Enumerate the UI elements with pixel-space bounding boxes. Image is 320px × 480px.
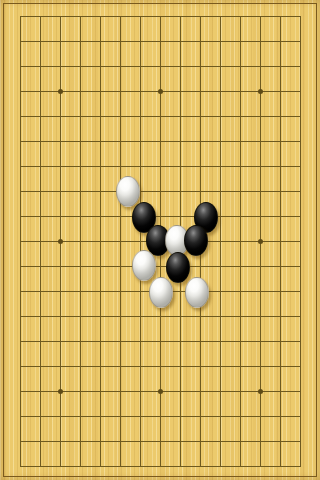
grid-line-horizontal — [20, 216, 301, 217]
grid-line-horizontal — [20, 366, 301, 367]
go-board[interactable] — [0, 0, 320, 480]
star-point — [158, 389, 163, 394]
white-stone[interactable] — [116, 176, 140, 207]
grid-line-horizontal — [20, 441, 301, 442]
grid-line-horizontal — [20, 266, 301, 267]
grid-line-horizontal — [20, 316, 301, 317]
star-point — [258, 239, 263, 244]
star-point — [58, 239, 63, 244]
grid-line-horizontal — [20, 466, 301, 467]
grid-line-horizontal — [20, 141, 301, 142]
star-point — [258, 389, 263, 394]
black-stone[interactable] — [184, 225, 208, 256]
star-point — [58, 389, 63, 394]
grid-line-horizontal — [20, 41, 301, 42]
white-stone[interactable] — [149, 277, 173, 308]
black-stone[interactable] — [166, 252, 190, 283]
white-stone[interactable] — [185, 277, 209, 308]
grid-line-horizontal — [20, 341, 301, 342]
grid-line-horizontal — [20, 116, 301, 117]
grid-line-horizontal — [20, 66, 301, 67]
grid-line-horizontal — [20, 16, 301, 17]
grid-line-horizontal — [20, 166, 301, 167]
white-stone[interactable] — [132, 250, 156, 281]
grid-line-horizontal — [20, 191, 301, 192]
star-point — [258, 89, 263, 94]
star-point — [58, 89, 63, 94]
grid-line-horizontal — [20, 416, 301, 417]
star-point — [158, 89, 163, 94]
